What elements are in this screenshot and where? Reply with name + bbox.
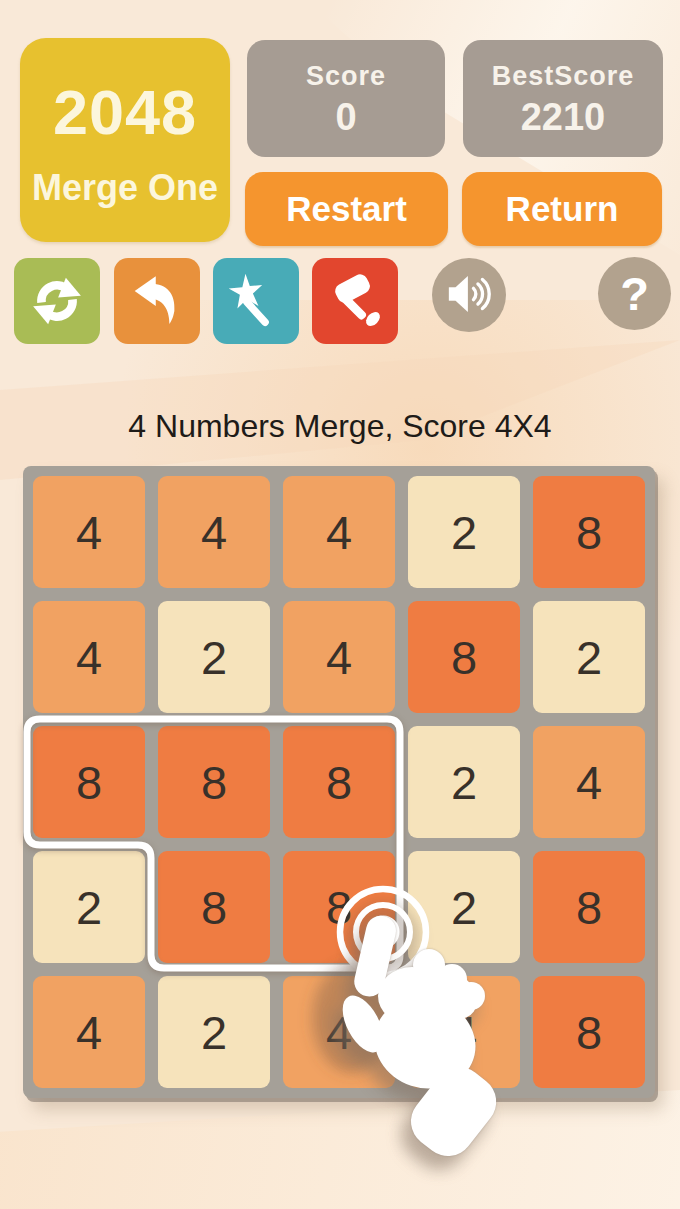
- sound-button[interactable]: [432, 258, 506, 332]
- best-score-value: 2210: [521, 98, 606, 136]
- tile-r5c3[interactable]: 4: [283, 976, 395, 1088]
- tile-r4c4[interactable]: 2: [408, 851, 520, 963]
- tile-r3c3[interactable]: 8: [283, 726, 395, 838]
- tile-r1c1[interactable]: 4: [33, 476, 145, 588]
- return-button[interactable]: Return: [462, 172, 662, 246]
- tile-r3c5[interactable]: 4: [533, 726, 645, 838]
- tile-r1c5[interactable]: 8: [533, 476, 645, 588]
- restart-button[interactable]: Restart: [245, 172, 448, 246]
- tile-r5c4[interactable]: 4: [408, 976, 520, 1088]
- hint-caption: 4 Numbers Merge, Score 4X4: [0, 408, 680, 445]
- tile-r4c2[interactable]: 8: [158, 851, 270, 963]
- speaker-icon: [441, 266, 497, 325]
- restart-label: Restart: [286, 189, 407, 229]
- tile-r4c3[interactable]: 8: [283, 851, 395, 963]
- score-value: 0: [335, 98, 356, 136]
- undo-button[interactable]: [114, 258, 200, 344]
- background-facet: [0, 1090, 680, 1209]
- score-panel: Score 0: [247, 40, 445, 157]
- tile-r5c1[interactable]: 4: [33, 976, 145, 1088]
- game-board: 4442842482888242882842448: [23, 466, 655, 1098]
- best-score-panel: BestScore 2210: [463, 40, 663, 157]
- magic-wand-icon: [225, 270, 287, 332]
- tile-r1c4[interactable]: 2: [408, 476, 520, 588]
- tile-r1c2[interactable]: 4: [158, 476, 270, 588]
- help-button[interactable]: ?: [598, 257, 671, 330]
- tile-r3c1[interactable]: 8: [33, 726, 145, 838]
- refresh-button[interactable]: [14, 258, 100, 344]
- logo-title: 2048: [53, 81, 197, 144]
- tile-r2c5[interactable]: 2: [533, 601, 645, 713]
- tile-r2c1[interactable]: 4: [33, 601, 145, 713]
- tile-r5c2[interactable]: 2: [158, 976, 270, 1088]
- magic-wand-button[interactable]: [213, 258, 299, 344]
- tile-r5c5[interactable]: 8: [533, 976, 645, 1088]
- undo-icon: [126, 270, 188, 332]
- tile-r1c3[interactable]: 4: [283, 476, 395, 588]
- logo-subtitle: Merge One: [32, 170, 218, 206]
- tile-r2c2[interactable]: 2: [158, 601, 270, 713]
- hammer-icon: [324, 270, 386, 332]
- tile-r4c5[interactable]: 8: [533, 851, 645, 963]
- tile-r2c4[interactable]: 8: [408, 601, 520, 713]
- tile-r3c4[interactable]: 2: [408, 726, 520, 838]
- hammer-button[interactable]: [312, 258, 398, 344]
- tile-r3c2[interactable]: 8: [158, 726, 270, 838]
- tile-r2c3[interactable]: 4: [283, 601, 395, 713]
- best-score-label: BestScore: [492, 61, 635, 92]
- tile-r4c1[interactable]: 2: [33, 851, 145, 963]
- app-logo: 2048 Merge One: [20, 38, 230, 242]
- score-label: Score: [306, 61, 386, 92]
- return-label: Return: [506, 189, 619, 229]
- question-icon: ?: [620, 270, 649, 317]
- refresh-icon: [26, 270, 88, 332]
